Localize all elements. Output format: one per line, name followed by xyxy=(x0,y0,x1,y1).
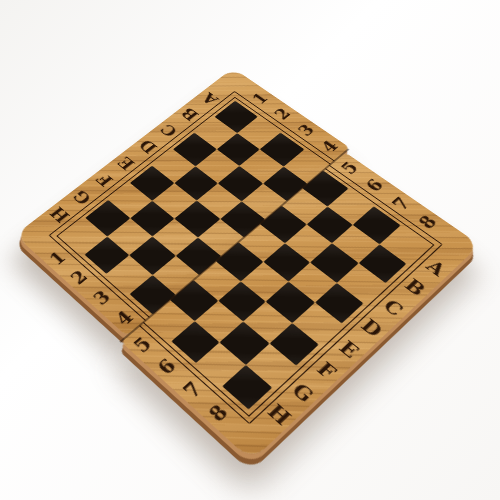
coord-label-5-top: 5 xyxy=(338,159,362,177)
coord-label-a-right: A xyxy=(423,257,449,278)
coord-label-4-bottom: 4 xyxy=(113,307,137,328)
coord-label-f-left: F xyxy=(94,171,116,189)
coord-label-e-left: E xyxy=(115,154,138,172)
coord-label-1-top: 1 xyxy=(249,90,271,106)
coord-label-3-bottom: 3 xyxy=(90,287,114,307)
coord-label-6-top: 6 xyxy=(363,176,387,194)
coord-label-8-bottom: 8 xyxy=(205,401,231,425)
coord-label-2-top: 2 xyxy=(271,105,293,121)
coord-label-1-bottom: 1 xyxy=(46,248,69,267)
coord-label-d-left: D xyxy=(136,137,160,155)
coord-label-7-bottom: 7 xyxy=(179,378,205,401)
coord-label-a-left: A xyxy=(199,90,221,107)
coord-label-g-right: G xyxy=(289,380,318,405)
coord-label-2-bottom: 2 xyxy=(68,267,91,287)
coord-label-h-right: H xyxy=(264,401,294,428)
coord-label-7-top: 7 xyxy=(389,194,413,213)
coord-label-e-right: E xyxy=(336,337,363,360)
coord-label-b-right: B xyxy=(402,276,429,299)
coord-label-5-bottom: 5 xyxy=(130,333,155,355)
coord-label-g-left: G xyxy=(70,187,94,207)
coord-label-8-top: 8 xyxy=(415,212,440,231)
coord-label-h-left: H xyxy=(47,204,73,225)
coord-label-c-right: C xyxy=(380,296,407,318)
coord-label-b-left: B xyxy=(178,105,201,123)
chess-board: 11223344ABCDEFGH 55667788ABCDEFGH xyxy=(15,68,485,455)
product-photo-background: 11223344ABCDEFGH 55667788ABCDEFGH xyxy=(0,0,500,500)
coord-label-c-left: C xyxy=(158,121,181,138)
coord-label-3-top: 3 xyxy=(295,121,318,138)
coord-label-f-right: F xyxy=(314,359,340,382)
coord-label-6-bottom: 6 xyxy=(154,355,179,377)
coord-label-4-top: 4 xyxy=(318,138,341,155)
coord-label-d-right: D xyxy=(358,316,386,340)
